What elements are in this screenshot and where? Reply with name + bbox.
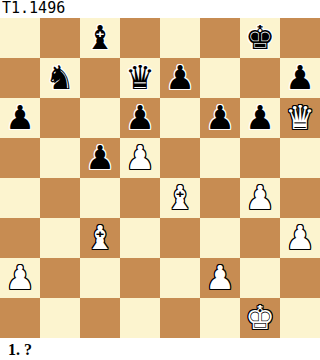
square-h7[interactable]: ♟	[280, 58, 320, 98]
square-g2[interactable]	[240, 258, 280, 298]
square-d5[interactable]: ♟	[120, 138, 160, 178]
square-e3[interactable]	[160, 218, 200, 258]
piece-black-knight[interactable]: ♞	[45, 58, 75, 98]
square-c4[interactable]	[80, 178, 120, 218]
piece-black-queen[interactable]: ♛	[125, 58, 155, 98]
square-d6[interactable]: ♟	[120, 98, 160, 138]
square-d2[interactable]	[120, 258, 160, 298]
square-f2[interactable]: ♟	[200, 258, 240, 298]
square-c1[interactable]	[80, 298, 120, 338]
piece-black-pawn[interactable]: ♟	[5, 98, 35, 138]
square-d8[interactable]	[120, 18, 160, 58]
square-g3[interactable]	[240, 218, 280, 258]
square-b1[interactable]	[40, 298, 80, 338]
move-prompt: 1. ?	[0, 338, 320, 360]
square-f6[interactable]: ♟	[200, 98, 240, 138]
square-a2[interactable]: ♟	[0, 258, 40, 298]
piece-white-pawn[interactable]: ♟	[285, 218, 315, 258]
chess-board: ♝♚♞♛♟♟♟♟♟♟♛♟♟♝♟♝♟♟♟♚	[0, 18, 320, 338]
square-c2[interactable]	[80, 258, 120, 298]
square-h6[interactable]: ♛	[280, 98, 320, 138]
square-e1[interactable]	[160, 298, 200, 338]
square-h1[interactable]	[280, 298, 320, 338]
square-g8[interactable]: ♚	[240, 18, 280, 58]
piece-black-pawn[interactable]: ♟	[285, 58, 315, 98]
piece-white-queen[interactable]: ♛	[285, 98, 315, 138]
square-f1[interactable]	[200, 298, 240, 338]
square-d4[interactable]	[120, 178, 160, 218]
square-b2[interactable]	[40, 258, 80, 298]
square-c5[interactable]: ♟	[80, 138, 120, 178]
piece-black-king[interactable]: ♚	[245, 18, 275, 58]
square-b6[interactable]	[40, 98, 80, 138]
square-e4[interactable]: ♝	[160, 178, 200, 218]
square-b4[interactable]	[40, 178, 80, 218]
square-b8[interactable]	[40, 18, 80, 58]
piece-white-pawn[interactable]: ♟	[125, 138, 155, 178]
square-h3[interactable]: ♟	[280, 218, 320, 258]
square-g6[interactable]: ♟	[240, 98, 280, 138]
square-f8[interactable]	[200, 18, 240, 58]
square-e6[interactable]	[160, 98, 200, 138]
square-h8[interactable]	[280, 18, 320, 58]
piece-white-pawn[interactable]: ♟	[5, 258, 35, 298]
square-g4[interactable]: ♟	[240, 178, 280, 218]
piece-white-pawn[interactable]: ♟	[245, 178, 275, 218]
square-f7[interactable]	[200, 58, 240, 98]
square-e5[interactable]	[160, 138, 200, 178]
square-e8[interactable]	[160, 18, 200, 58]
piece-white-pawn[interactable]: ♟	[205, 258, 235, 298]
square-d1[interactable]	[120, 298, 160, 338]
square-a4[interactable]	[0, 178, 40, 218]
piece-black-bishop[interactable]: ♝	[85, 18, 115, 58]
square-f4[interactable]	[200, 178, 240, 218]
square-a1[interactable]	[0, 298, 40, 338]
piece-white-bishop[interactable]: ♝	[85, 218, 115, 258]
square-a5[interactable]	[0, 138, 40, 178]
piece-white-bishop[interactable]: ♝	[165, 178, 195, 218]
square-h2[interactable]	[280, 258, 320, 298]
square-a3[interactable]	[0, 218, 40, 258]
square-a6[interactable]: ♟	[0, 98, 40, 138]
square-e2[interactable]	[160, 258, 200, 298]
square-d3[interactable]	[120, 218, 160, 258]
piece-black-pawn[interactable]: ♟	[165, 58, 195, 98]
square-c6[interactable]	[80, 98, 120, 138]
square-e7[interactable]: ♟	[160, 58, 200, 98]
square-b7[interactable]: ♞	[40, 58, 80, 98]
square-a8[interactable]	[0, 18, 40, 58]
square-g7[interactable]	[240, 58, 280, 98]
square-b5[interactable]	[40, 138, 80, 178]
square-c7[interactable]	[80, 58, 120, 98]
square-g5[interactable]	[240, 138, 280, 178]
square-h5[interactable]	[280, 138, 320, 178]
square-g1[interactable]: ♚	[240, 298, 280, 338]
square-d7[interactable]: ♛	[120, 58, 160, 98]
square-a7[interactable]	[0, 58, 40, 98]
square-c8[interactable]: ♝	[80, 18, 120, 58]
square-f5[interactable]	[200, 138, 240, 178]
piece-black-pawn[interactable]: ♟	[125, 98, 155, 138]
piece-black-pawn[interactable]: ♟	[205, 98, 235, 138]
piece-white-king[interactable]: ♚	[245, 298, 275, 338]
puzzle-id: T1.1496	[0, 0, 320, 18]
piece-black-pawn[interactable]: ♟	[245, 98, 275, 138]
square-b3[interactable]	[40, 218, 80, 258]
piece-black-pawn[interactable]: ♟	[85, 138, 115, 178]
square-h4[interactable]	[280, 178, 320, 218]
square-f3[interactable]	[200, 218, 240, 258]
square-c3[interactable]: ♝	[80, 218, 120, 258]
